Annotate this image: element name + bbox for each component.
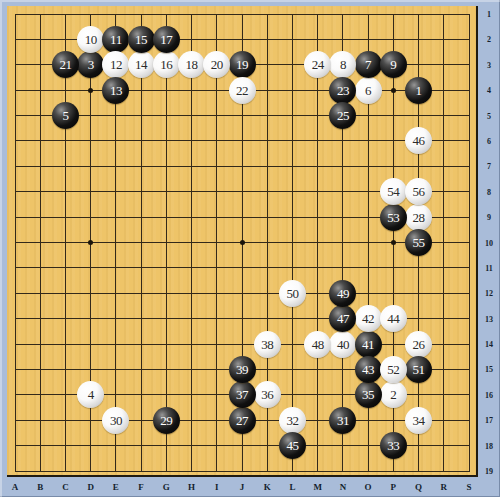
stone-white: 28 <box>405 204 432 231</box>
grid-line-vertical <box>469 14 470 472</box>
stone-black: 29 <box>153 407 180 434</box>
move-number: 9 <box>390 58 396 71</box>
row-label: 7 <box>480 162 498 171</box>
column-label: M <box>310 482 326 492</box>
stone-white: 40 <box>329 331 356 358</box>
column-label: K <box>259 482 275 492</box>
row-label: 4 <box>480 86 498 95</box>
stone-white: 42 <box>355 305 382 332</box>
row-label: 19 <box>480 467 498 476</box>
move-number: 45 <box>286 439 298 452</box>
grid-line-horizontal <box>15 344 470 345</box>
move-number: 17 <box>160 32 172 45</box>
move-number: 28 <box>413 210 425 223</box>
stone-black: 45 <box>279 432 306 459</box>
stone-black: 1 <box>405 77 432 104</box>
row-label: 1 <box>480 10 498 19</box>
grid-line-horizontal <box>15 293 470 294</box>
move-number: 40 <box>337 337 349 350</box>
hoshi-dot <box>88 88 93 93</box>
move-number: 51 <box>413 362 425 375</box>
stone-white: 50 <box>279 280 306 307</box>
stone-black: 33 <box>380 432 407 459</box>
stone-white: 34 <box>405 407 432 434</box>
hoshi-dot <box>391 240 396 245</box>
move-number: 1 <box>416 83 422 96</box>
row-label: 13 <box>480 315 498 324</box>
stone-black: 15 <box>128 26 155 53</box>
move-number: 33 <box>387 439 399 452</box>
column-label: L <box>284 482 300 492</box>
stone-black: 39 <box>229 356 256 383</box>
move-number: 12 <box>110 58 122 71</box>
stone-white: 32 <box>279 407 306 434</box>
move-number: 50 <box>286 286 298 299</box>
grid-line-vertical <box>443 14 444 472</box>
row-label: 9 <box>480 213 498 222</box>
move-number: 34 <box>413 413 425 426</box>
move-number: 18 <box>186 58 198 71</box>
stone-black: 53 <box>380 204 407 231</box>
stone-black: 35 <box>355 381 382 408</box>
move-number: 35 <box>362 388 374 401</box>
move-number: 7 <box>365 58 371 71</box>
stone-black: 7 <box>355 51 382 78</box>
move-number: 55 <box>413 236 425 249</box>
move-number: 47 <box>337 312 349 325</box>
row-label: 14 <box>480 340 498 349</box>
stone-white: 16 <box>153 51 180 78</box>
stone-white: 38 <box>254 331 281 358</box>
hoshi-dot <box>391 88 396 93</box>
column-label: E <box>108 482 124 492</box>
row-label: 11 <box>480 264 498 273</box>
stone-black: 51 <box>405 356 432 383</box>
move-number: 38 <box>261 337 273 350</box>
grid-line-horizontal <box>15 267 470 268</box>
move-number: 31 <box>337 413 349 426</box>
row-label: 8 <box>480 188 498 197</box>
column-label: S <box>461 482 477 492</box>
stone-white: 52 <box>380 356 407 383</box>
stone-black: 23 <box>329 77 356 104</box>
move-number: 30 <box>110 413 122 426</box>
move-number: 5 <box>62 109 68 122</box>
stone-white: 30 <box>102 407 129 434</box>
stone-black: 13 <box>102 77 129 104</box>
row-label: 3 <box>480 61 498 70</box>
row-label: 6 <box>480 137 498 146</box>
move-number: 42 <box>362 312 374 325</box>
move-number: 8 <box>340 58 346 71</box>
move-number: 10 <box>85 32 97 45</box>
move-number: 25 <box>337 109 349 122</box>
stone-white: 6 <box>355 77 382 104</box>
move-number: 54 <box>387 185 399 198</box>
stone-white: 48 <box>304 331 331 358</box>
column-label: D <box>83 482 99 492</box>
move-number: 24 <box>312 58 324 71</box>
column-label: A <box>7 482 23 492</box>
stone-black: 9 <box>380 51 407 78</box>
move-number: 37 <box>236 388 248 401</box>
move-number: 6 <box>365 83 371 96</box>
column-label: H <box>184 482 200 492</box>
column-label: Q <box>411 482 427 492</box>
stone-black: 27 <box>229 407 256 434</box>
column-label: B <box>32 482 48 492</box>
grid-line-vertical <box>292 14 293 472</box>
move-number: 15 <box>135 32 147 45</box>
stone-black: 49 <box>329 280 356 307</box>
stone-black: 5 <box>52 102 79 129</box>
hoshi-dot <box>240 240 245 245</box>
go-kifu-diagram: 1234567891011121314151617181920212223242… <box>0 0 500 497</box>
move-number: 22 <box>236 83 248 96</box>
stone-black: 31 <box>329 407 356 434</box>
stone-black: 17 <box>153 26 180 53</box>
move-number: 43 <box>362 362 374 375</box>
row-label: 12 <box>480 289 498 298</box>
move-number: 39 <box>236 362 248 375</box>
move-number: 14 <box>135 58 147 71</box>
row-label: 10 <box>480 239 498 248</box>
move-number: 3 <box>88 58 94 71</box>
column-label: O <box>360 482 376 492</box>
row-label: 18 <box>480 442 498 451</box>
move-number: 41 <box>362 337 374 350</box>
move-number: 13 <box>110 83 122 96</box>
move-number: 44 <box>387 312 399 325</box>
column-label: J <box>234 482 250 492</box>
stone-white: 14 <box>128 51 155 78</box>
stone-black: 37 <box>229 381 256 408</box>
move-number: 29 <box>160 413 172 426</box>
stone-black: 19 <box>229 51 256 78</box>
column-label: N <box>335 482 351 492</box>
move-number: 46 <box>413 134 425 147</box>
grid-line-horizontal <box>15 471 470 472</box>
column-label: G <box>158 482 174 492</box>
row-label: 15 <box>480 365 498 374</box>
stone-white: 44 <box>380 305 407 332</box>
row-label: 17 <box>480 416 498 425</box>
move-number: 19 <box>236 58 248 71</box>
move-number: 23 <box>337 83 349 96</box>
move-number: 20 <box>211 58 223 71</box>
move-number: 11 <box>110 32 122 45</box>
stone-white: 2 <box>380 381 407 408</box>
grid-line-vertical <box>317 14 318 472</box>
move-number: 48 <box>312 337 324 350</box>
column-label: C <box>57 482 73 492</box>
column-label: I <box>209 482 225 492</box>
stone-black: 21 <box>52 51 79 78</box>
column-label: R <box>436 482 452 492</box>
move-number: 52 <box>387 362 399 375</box>
move-number: 32 <box>286 413 298 426</box>
stone-black: 43 <box>355 356 382 383</box>
row-label: 2 <box>480 35 498 44</box>
stone-white: 54 <box>380 178 407 205</box>
stone-black: 41 <box>355 331 382 358</box>
stone-white: 26 <box>405 331 432 358</box>
stone-black: 55 <box>405 229 432 256</box>
move-number: 36 <box>261 388 273 401</box>
row-label: 16 <box>480 391 498 400</box>
move-number: 53 <box>387 210 399 223</box>
move-number: 26 <box>413 337 425 350</box>
stone-white: 22 <box>229 77 256 104</box>
move-number: 2 <box>390 388 396 401</box>
move-number: 49 <box>337 286 349 299</box>
move-number: 27 <box>236 413 248 426</box>
column-label: F <box>133 482 149 492</box>
stone-white: 10 <box>77 26 104 53</box>
move-number: 16 <box>160 58 172 71</box>
move-number: 56 <box>413 185 425 198</box>
move-number: 4 <box>88 388 94 401</box>
row-label: 5 <box>480 112 498 121</box>
move-number: 21 <box>59 58 71 71</box>
stone-white: 36 <box>254 381 281 408</box>
column-label: P <box>385 482 401 492</box>
